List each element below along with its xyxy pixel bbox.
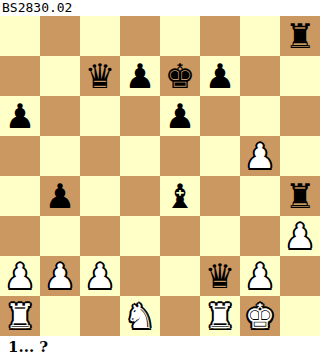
square-e3[interactable] bbox=[160, 216, 200, 256]
square-a1[interactable]: ♜ bbox=[0, 296, 40, 336]
square-g8[interactable] bbox=[240, 16, 280, 56]
square-d4[interactable] bbox=[120, 176, 160, 216]
square-g4[interactable] bbox=[240, 176, 280, 216]
square-g7[interactable] bbox=[240, 56, 280, 96]
square-h1[interactable] bbox=[280, 296, 320, 336]
white-pawn[interactable]: ♟ bbox=[0, 256, 40, 296]
square-g5[interactable]: ♟ bbox=[240, 136, 280, 176]
square-e4[interactable]: ♝ bbox=[160, 176, 200, 216]
square-h5[interactable] bbox=[280, 136, 320, 176]
white-pawn[interactable]: ♟ bbox=[240, 136, 280, 176]
square-g2[interactable]: ♟ bbox=[240, 256, 280, 296]
square-d6[interactable] bbox=[120, 96, 160, 136]
black-king[interactable]: ♚ bbox=[160, 56, 200, 96]
square-b6[interactable] bbox=[40, 96, 80, 136]
white-pawn[interactable]: ♟ bbox=[240, 256, 280, 296]
square-g1[interactable]: ♚ bbox=[240, 296, 280, 336]
square-a5[interactable] bbox=[0, 136, 40, 176]
white-pawn[interactable]: ♟ bbox=[80, 256, 120, 296]
square-a3[interactable] bbox=[0, 216, 40, 256]
square-c2[interactable]: ♟ bbox=[80, 256, 120, 296]
square-b7[interactable] bbox=[40, 56, 80, 96]
square-f4[interactable] bbox=[200, 176, 240, 216]
square-a6[interactable]: ♟ bbox=[0, 96, 40, 136]
square-h3[interactable]: ♟ bbox=[280, 216, 320, 256]
square-h7[interactable] bbox=[280, 56, 320, 96]
square-f5[interactable] bbox=[200, 136, 240, 176]
black-pawn[interactable]: ♟ bbox=[120, 56, 160, 96]
square-h8[interactable]: ♜ bbox=[280, 16, 320, 56]
square-b4[interactable]: ♟ bbox=[40, 176, 80, 216]
square-e7[interactable]: ♚ bbox=[160, 56, 200, 96]
square-d7[interactable]: ♟ bbox=[120, 56, 160, 96]
square-e8[interactable] bbox=[160, 16, 200, 56]
square-a8[interactable] bbox=[0, 16, 40, 56]
square-b5[interactable] bbox=[40, 136, 80, 176]
square-h6[interactable] bbox=[280, 96, 320, 136]
black-queen[interactable]: ♛ bbox=[80, 56, 120, 96]
square-f7[interactable]: ♟ bbox=[200, 56, 240, 96]
square-f3[interactable] bbox=[200, 216, 240, 256]
chess-board: ♜♛♟♚♟♟♟♟♟♝♜♟♟♟♟♛♟♜♞♜♚ bbox=[0, 16, 320, 336]
black-bishop[interactable]: ♝ bbox=[160, 176, 200, 216]
square-f6[interactable] bbox=[200, 96, 240, 136]
square-c4[interactable] bbox=[80, 176, 120, 216]
square-e5[interactable] bbox=[160, 136, 200, 176]
white-pawn[interactable]: ♟ bbox=[280, 216, 320, 256]
square-b2[interactable]: ♟ bbox=[40, 256, 80, 296]
square-d2[interactable] bbox=[120, 256, 160, 296]
black-rook[interactable]: ♜ bbox=[280, 176, 320, 216]
chess-puzzle-diagram: BS2830.02 ♜♛♟♚♟♟♟♟♟♝♜♟♟♟♟♛♟♜♞♜♚ 1... ? bbox=[0, 0, 320, 360]
black-pawn[interactable]: ♟ bbox=[40, 176, 80, 216]
black-queen[interactable]: ♛ bbox=[200, 256, 240, 296]
white-pawn[interactable]: ♟ bbox=[40, 256, 80, 296]
square-h4[interactable]: ♜ bbox=[280, 176, 320, 216]
square-b1[interactable] bbox=[40, 296, 80, 336]
square-c1[interactable] bbox=[80, 296, 120, 336]
square-a4[interactable] bbox=[0, 176, 40, 216]
square-c5[interactable] bbox=[80, 136, 120, 176]
square-g3[interactable] bbox=[240, 216, 280, 256]
square-b3[interactable] bbox=[40, 216, 80, 256]
square-b8[interactable] bbox=[40, 16, 80, 56]
white-knight[interactable]: ♞ bbox=[120, 296, 160, 336]
square-e1[interactable] bbox=[160, 296, 200, 336]
square-c7[interactable]: ♛ bbox=[80, 56, 120, 96]
move-prompt-label: 1... ? bbox=[0, 336, 320, 360]
square-g6[interactable] bbox=[240, 96, 280, 136]
square-f1[interactable]: ♜ bbox=[200, 296, 240, 336]
puzzle-id-label: BS2830.02 bbox=[0, 0, 320, 16]
square-e6[interactable]: ♟ bbox=[160, 96, 200, 136]
square-a7[interactable] bbox=[0, 56, 40, 96]
square-c8[interactable] bbox=[80, 16, 120, 56]
square-a2[interactable]: ♟ bbox=[0, 256, 40, 296]
white-king[interactable]: ♚ bbox=[240, 296, 280, 336]
black-rook[interactable]: ♜ bbox=[280, 16, 320, 56]
white-rook[interactable]: ♜ bbox=[0, 296, 40, 336]
white-rook[interactable]: ♜ bbox=[200, 296, 240, 336]
square-c3[interactable] bbox=[80, 216, 120, 256]
square-e2[interactable] bbox=[160, 256, 200, 296]
square-d5[interactable] bbox=[120, 136, 160, 176]
square-d3[interactable] bbox=[120, 216, 160, 256]
square-h2[interactable] bbox=[280, 256, 320, 296]
square-f2[interactable]: ♛ bbox=[200, 256, 240, 296]
black-pawn[interactable]: ♟ bbox=[160, 96, 200, 136]
square-c6[interactable] bbox=[80, 96, 120, 136]
black-pawn[interactable]: ♟ bbox=[0, 96, 40, 136]
square-d8[interactable] bbox=[120, 16, 160, 56]
square-f8[interactable] bbox=[200, 16, 240, 56]
square-d1[interactable]: ♞ bbox=[120, 296, 160, 336]
black-pawn[interactable]: ♟ bbox=[200, 56, 240, 96]
